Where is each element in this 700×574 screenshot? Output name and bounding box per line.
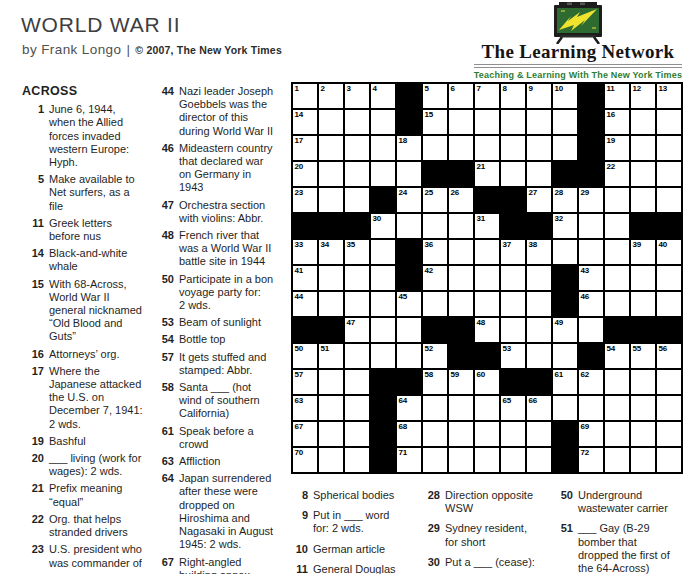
grid-cell[interactable] bbox=[501, 136, 525, 160]
grid-cell[interactable]: 53 bbox=[501, 344, 525, 368]
logo-tagline: Teaching & Learning With The New York Ti… bbox=[471, 70, 685, 80]
grid-cell[interactable]: 70 bbox=[293, 448, 317, 472]
grid-cell[interactable] bbox=[371, 318, 395, 342]
clue-item: 15With 68-Across, World War II general n… bbox=[20, 278, 151, 344]
clue-text: French river that was a World War II bat… bbox=[179, 229, 271, 269]
grid-cell[interactable] bbox=[397, 344, 421, 368]
grid-cell[interactable] bbox=[657, 162, 681, 186]
grid-cell[interactable] bbox=[449, 214, 473, 238]
grid-cell[interactable] bbox=[397, 214, 421, 238]
cell-number: 52 bbox=[425, 344, 433, 353]
grid-cell[interactable]: 41 bbox=[293, 266, 317, 290]
grid-cell[interactable]: 28 bbox=[553, 188, 577, 212]
grid-cell[interactable] bbox=[371, 162, 395, 186]
grid-cell[interactable]: 14 bbox=[293, 110, 317, 134]
black-cell bbox=[501, 214, 525, 238]
clue-text: General Douglas bbox=[313, 563, 396, 574]
cell-number: 5 bbox=[425, 84, 429, 93]
grid-cell[interactable] bbox=[527, 318, 551, 342]
grid-cell[interactable] bbox=[501, 162, 525, 186]
cell-number: 20 bbox=[295, 162, 303, 171]
grid-cell[interactable]: 68 bbox=[397, 422, 421, 446]
grid-cell[interactable] bbox=[371, 292, 395, 316]
clue-item: 10German article bbox=[293, 543, 419, 556]
grid-cell[interactable] bbox=[475, 136, 499, 160]
grid-cell[interactable] bbox=[605, 266, 629, 290]
grid-cell[interactable]: 46 bbox=[579, 292, 603, 316]
cell-number: 58 bbox=[425, 370, 433, 379]
grid-cell[interactable]: 11 bbox=[605, 84, 629, 108]
grid-cell[interactable] bbox=[449, 136, 473, 160]
grid-cell[interactable]: 44 bbox=[293, 292, 317, 316]
grid-cell[interactable]: 12 bbox=[631, 84, 655, 108]
grid-cell[interactable] bbox=[449, 240, 473, 264]
grid-cell[interactable] bbox=[319, 292, 343, 316]
grid-cell[interactable]: 17 bbox=[293, 136, 317, 160]
grid-cell[interactable] bbox=[579, 214, 603, 238]
clue-item: 9Put in ___ word for: 2 wds. bbox=[293, 509, 419, 535]
black-cell bbox=[553, 292, 577, 316]
clue-text: Greek letters before nus bbox=[49, 217, 112, 243]
grid-cell[interactable] bbox=[345, 422, 369, 446]
black-cell bbox=[397, 240, 421, 264]
across-clues-column-1: ACROSS 1June 6, 1944, when the Allied fo… bbox=[20, 85, 151, 574]
grid-cell[interactable] bbox=[345, 136, 369, 160]
cell-number: 56 bbox=[659, 344, 667, 353]
grid-cell[interactable] bbox=[527, 292, 551, 316]
clue-number: 21 bbox=[20, 482, 44, 508]
clue-number: 11 bbox=[293, 563, 308, 574]
grid-cell[interactable]: 40 bbox=[657, 240, 681, 264]
clue-text: Black-and-white whale bbox=[49, 247, 127, 273]
cell-number: 22 bbox=[607, 162, 615, 171]
grid-cell[interactable]: 32 bbox=[553, 214, 577, 238]
grid-cell[interactable] bbox=[553, 136, 577, 160]
clue-text: Where the Japanese attacked the U.S. on … bbox=[49, 365, 143, 431]
grid-cell[interactable]: 25 bbox=[423, 188, 447, 212]
grid-cell[interactable] bbox=[371, 344, 395, 368]
grid-cell[interactable] bbox=[371, 240, 395, 264]
grid-cell[interactable] bbox=[345, 292, 369, 316]
grid-cell[interactable]: 43 bbox=[579, 266, 603, 290]
grid-cell[interactable] bbox=[371, 136, 395, 160]
grid-cell[interactable] bbox=[579, 240, 603, 264]
grid-cell[interactable]: 20 bbox=[293, 162, 317, 186]
grid-cell[interactable]: 60 bbox=[475, 370, 499, 394]
grid-cell[interactable]: 63 bbox=[293, 396, 317, 420]
cell-number: 34 bbox=[321, 240, 329, 249]
clue-number: 5 bbox=[20, 173, 44, 213]
grid-cell[interactable]: 2 bbox=[319, 84, 343, 108]
grid-cell[interactable] bbox=[605, 292, 629, 316]
grid-cell[interactable]: 4 bbox=[371, 84, 395, 108]
cell-number: 2 bbox=[321, 84, 325, 93]
cell-number: 21 bbox=[477, 162, 485, 171]
grid-cell[interactable]: 3 bbox=[345, 84, 369, 108]
clue-item: 63Affliction bbox=[152, 455, 291, 468]
cell-number: 69 bbox=[581, 422, 589, 431]
grid-cell[interactable]: 10 bbox=[553, 84, 577, 108]
grid-cell[interactable]: 16 bbox=[605, 110, 629, 134]
black-cell bbox=[631, 318, 655, 342]
black-cell bbox=[501, 188, 525, 212]
grid-cell[interactable] bbox=[319, 370, 343, 394]
clue-number: 48 bbox=[152, 229, 174, 269]
cell-number: 48 bbox=[477, 318, 485, 327]
grid-cell[interactable] bbox=[631, 110, 655, 134]
grid-cell[interactable]: 61 bbox=[553, 370, 577, 394]
clue-number: 22 bbox=[20, 513, 44, 539]
clue-number: 30 bbox=[420, 556, 440, 569]
grid-cell[interactable] bbox=[319, 422, 343, 446]
grid-cell[interactable] bbox=[397, 162, 421, 186]
grid-cell[interactable]: 47 bbox=[345, 318, 369, 342]
grid-cell[interactable] bbox=[345, 266, 369, 290]
grid-cell[interactable] bbox=[501, 110, 525, 134]
grid-cell[interactable]: 18 bbox=[397, 136, 421, 160]
grid-cell[interactable] bbox=[553, 240, 577, 264]
grid-cell[interactable] bbox=[423, 396, 447, 420]
grid-cell[interactable] bbox=[475, 110, 499, 134]
grid-cell[interactable]: 65 bbox=[501, 396, 525, 420]
black-cell bbox=[397, 266, 421, 290]
across-clue-list-2: 44Nazi leader Joseph Goebbels was the di… bbox=[152, 85, 291, 574]
grid-cell[interactable]: 29 bbox=[579, 188, 603, 212]
grid-cell[interactable] bbox=[319, 448, 343, 472]
grid-cell[interactable]: 26 bbox=[449, 188, 473, 212]
grid-cell[interactable]: 27 bbox=[527, 188, 551, 212]
grid-cell[interactable] bbox=[449, 422, 473, 446]
grid-cell[interactable] bbox=[657, 448, 681, 472]
grid-cell[interactable] bbox=[527, 344, 551, 368]
across-clue-list-1: 1June 6, 1944, when the Allied forces in… bbox=[20, 103, 151, 570]
clue-number: 67 bbox=[152, 556, 174, 574]
cell-number: 45 bbox=[399, 292, 407, 301]
across-clues-column-2: 44Nazi leader Joseph Goebbels was the di… bbox=[152, 85, 291, 574]
cell-number: 12 bbox=[633, 84, 641, 93]
grid-cell[interactable]: 21 bbox=[475, 162, 499, 186]
grid-cell[interactable] bbox=[605, 448, 629, 472]
grid-cell[interactable] bbox=[631, 292, 655, 316]
grid-cell[interactable] bbox=[475, 266, 499, 290]
grid-cell[interactable] bbox=[319, 188, 343, 212]
grid-cell[interactable]: 35 bbox=[345, 240, 369, 264]
black-cell bbox=[553, 162, 577, 186]
grid-cell[interactable] bbox=[553, 344, 577, 368]
grid-cell[interactable]: 72 bbox=[579, 448, 603, 472]
clue-item: 14Black-and-white whale bbox=[20, 247, 151, 273]
grid-cell[interactable] bbox=[527, 136, 551, 160]
grid-cell[interactable] bbox=[423, 292, 447, 316]
clue-item: 21Prefix meaning “equal” bbox=[20, 482, 151, 508]
grid-cell[interactable]: 34 bbox=[319, 240, 343, 264]
grid-cell[interactable]: 59 bbox=[449, 370, 473, 394]
grid-cell[interactable]: 48 bbox=[475, 318, 499, 342]
clue-text: Participate in a bon voyage party for: 2… bbox=[179, 273, 273, 313]
black-cell bbox=[371, 422, 395, 446]
grid-cell[interactable]: 66 bbox=[527, 396, 551, 420]
down-clues-column-1: 8Spherical bodies9Put in ___ word for: 2… bbox=[293, 489, 419, 574]
black-cell bbox=[605, 318, 629, 342]
clue-item: 23U.S. president who was commander of bbox=[20, 543, 151, 569]
grid-cell[interactable] bbox=[319, 396, 343, 420]
clue-text: Attorneys’ org. bbox=[49, 348, 120, 361]
cell-number: 43 bbox=[581, 266, 589, 275]
black-cell bbox=[449, 344, 473, 368]
grid-cell[interactable] bbox=[631, 396, 655, 420]
across-header: ACROSS bbox=[22, 85, 151, 98]
grid-cell[interactable]: 39 bbox=[631, 240, 655, 264]
grid-cell[interactable] bbox=[631, 266, 655, 290]
black-cell bbox=[527, 214, 551, 238]
grid-cell[interactable]: 36 bbox=[423, 240, 447, 264]
grid-cell[interactable] bbox=[605, 422, 629, 446]
grid-cell[interactable]: 55 bbox=[631, 344, 655, 368]
grid-cell[interactable] bbox=[605, 370, 629, 394]
grid-cell[interactable] bbox=[631, 136, 655, 160]
clue-number: 51 bbox=[553, 522, 573, 574]
grid-cell[interactable] bbox=[475, 240, 499, 264]
grid-cell[interactable]: 24 bbox=[397, 188, 421, 212]
grid-cell[interactable]: 62 bbox=[579, 370, 603, 394]
grid-cell[interactable] bbox=[501, 292, 525, 316]
grid-cell[interactable]: 7 bbox=[475, 84, 499, 108]
grid-cell[interactable]: 64 bbox=[397, 396, 421, 420]
grid-cell[interactable] bbox=[631, 188, 655, 212]
grid-cell[interactable] bbox=[449, 292, 473, 316]
clue-item: 54Bottle top bbox=[152, 333, 291, 346]
grid-cell[interactable]: 38 bbox=[527, 240, 551, 264]
cell-number: 39 bbox=[633, 240, 641, 249]
clue-text: Org. that helps stranded drivers bbox=[49, 513, 128, 539]
clue-item: 57It gets stuffed and stamped: Abbr. bbox=[152, 351, 291, 377]
grid-cell[interactable] bbox=[657, 110, 681, 134]
grid-cell[interactable] bbox=[501, 448, 525, 472]
grid-cell[interactable]: 8 bbox=[501, 84, 525, 108]
puzzle-page: WORLD WAR II by Frank Longo|© 2007, The … bbox=[0, 0, 700, 574]
grid-cell[interactable] bbox=[475, 292, 499, 316]
grid-cell[interactable]: 9 bbox=[527, 84, 551, 108]
black-cell bbox=[527, 370, 551, 394]
clue-number: 10 bbox=[293, 543, 308, 556]
grid-cell[interactable] bbox=[501, 422, 525, 446]
grid-cell[interactable]: 15 bbox=[423, 110, 447, 134]
clue-item: 11Greek letters before nus bbox=[20, 217, 151, 243]
grid-cell[interactable]: 6 bbox=[449, 84, 473, 108]
grid-cell[interactable]: 33 bbox=[293, 240, 317, 264]
grid-cell[interactable] bbox=[605, 188, 629, 212]
grid-cell[interactable] bbox=[631, 448, 655, 472]
grid-cell[interactable] bbox=[657, 188, 681, 212]
cell-number: 36 bbox=[425, 240, 433, 249]
clue-number: 50 bbox=[152, 273, 174, 313]
cell-number: 13 bbox=[659, 84, 667, 93]
clue-number: 19 bbox=[20, 435, 44, 448]
grid-cell[interactable] bbox=[553, 110, 577, 134]
grid-cell[interactable] bbox=[475, 422, 499, 446]
cell-number: 7 bbox=[477, 84, 481, 93]
grid-cell[interactable] bbox=[423, 448, 447, 472]
grid-cell[interactable] bbox=[579, 396, 603, 420]
byline: by Frank Longo|© 2007, The New York Time… bbox=[22, 42, 282, 57]
black-cell bbox=[319, 318, 343, 342]
grid-cell[interactable] bbox=[423, 136, 447, 160]
clue-text: Make available to Net surfers, as a file bbox=[49, 173, 135, 213]
black-cell bbox=[449, 318, 473, 342]
logo-title: The Learning Network bbox=[471, 42, 685, 62]
grid-cell[interactable] bbox=[631, 422, 655, 446]
grid-cell[interactable]: 42 bbox=[423, 266, 447, 290]
black-cell bbox=[475, 188, 499, 212]
grid-cell[interactable] bbox=[605, 240, 629, 264]
grid-cell[interactable]: 31 bbox=[475, 214, 499, 238]
grid-cell[interactable] bbox=[527, 110, 551, 134]
grid-cell[interactable]: 52 bbox=[423, 344, 447, 368]
grid-cell[interactable]: 57 bbox=[293, 370, 317, 394]
grid-cell[interactable] bbox=[657, 292, 681, 316]
black-cell bbox=[657, 318, 681, 342]
grid-cell[interactable]: 49 bbox=[553, 318, 577, 342]
grid-cell[interactable] bbox=[319, 162, 343, 186]
clue-text: Santa ___ (hot wind of southern Californ… bbox=[179, 381, 260, 421]
grid-cell[interactable] bbox=[397, 318, 421, 342]
crossword-grid: 1234567891011121314151617181920212223242… bbox=[291, 82, 683, 474]
black-cell bbox=[579, 84, 603, 108]
cell-number: 57 bbox=[295, 370, 303, 379]
down-clues-column-2: 28Direction opposite WSW29Sydney residen… bbox=[420, 489, 553, 574]
cell-number: 19 bbox=[607, 136, 615, 145]
grid-cell[interactable]: 56 bbox=[657, 344, 681, 368]
grid-cell[interactable] bbox=[631, 370, 655, 394]
clue-number: 61 bbox=[152, 425, 174, 451]
grid-cell[interactable] bbox=[657, 266, 681, 290]
cell-number: 10 bbox=[555, 84, 563, 93]
grid-cell[interactable] bbox=[449, 110, 473, 134]
grid-cell[interactable] bbox=[345, 110, 369, 134]
grid-cell[interactable] bbox=[657, 422, 681, 446]
grid-cell[interactable] bbox=[501, 266, 525, 290]
grid-cell[interactable] bbox=[319, 266, 343, 290]
black-cell bbox=[397, 110, 421, 134]
grid-cell[interactable] bbox=[345, 162, 369, 186]
cell-number: 62 bbox=[581, 370, 589, 379]
clue-text: June 6, 1944, when the Allied forces inv… bbox=[49, 103, 129, 169]
grid-cell[interactable]: 45 bbox=[397, 292, 421, 316]
grid-cell[interactable] bbox=[345, 448, 369, 472]
grid-cell[interactable] bbox=[319, 110, 343, 134]
grid-cell[interactable] bbox=[527, 448, 551, 472]
page-title: WORLD WAR II bbox=[21, 13, 180, 37]
clue-item: 29Sydney resident, for short bbox=[420, 522, 553, 548]
clue-text: Put in ___ word for: 2 wds. bbox=[313, 509, 389, 535]
grid-cell[interactable]: 30 bbox=[371, 214, 395, 238]
grid-cell[interactable]: 13 bbox=[657, 84, 681, 108]
cell-number: 68 bbox=[399, 422, 407, 431]
clue-number: 58 bbox=[152, 381, 174, 421]
grid-cell[interactable] bbox=[605, 214, 629, 238]
clue-item: 28Direction opposite WSW bbox=[420, 489, 553, 515]
grid-cell[interactable] bbox=[371, 110, 395, 134]
grid-cell[interactable] bbox=[449, 266, 473, 290]
grid-cell[interactable] bbox=[423, 422, 447, 446]
black-cell bbox=[553, 422, 577, 446]
clue-text: Mideastern country that declared war on … bbox=[179, 142, 273, 195]
grid-cell[interactable]: 1 bbox=[293, 84, 317, 108]
grid-cell[interactable]: 67 bbox=[293, 422, 317, 446]
grid-cell[interactable] bbox=[475, 396, 499, 420]
clue-text: Bashful bbox=[49, 435, 86, 448]
grid-cell[interactable] bbox=[631, 162, 655, 186]
grid-cell[interactable] bbox=[345, 188, 369, 212]
black-cell bbox=[475, 344, 499, 368]
grid-cell[interactable] bbox=[605, 396, 629, 420]
learning-network-logo: The Learning Network Teaching & Learning… bbox=[471, 2, 685, 80]
grid-cell[interactable]: 69 bbox=[579, 422, 603, 446]
grid-cell[interactable]: 22 bbox=[605, 162, 629, 186]
grid-cell[interactable] bbox=[657, 396, 681, 420]
clue-item: 50Underground wastewater carrier bbox=[553, 489, 691, 515]
clue-number: 64 bbox=[152, 472, 174, 551]
clue-number: 46 bbox=[152, 142, 174, 195]
grid-cell[interactable]: 19 bbox=[605, 136, 629, 160]
grid-cell[interactable]: 71 bbox=[397, 448, 421, 472]
byline-separator: | bbox=[126, 42, 130, 57]
grid-cell[interactable] bbox=[527, 162, 551, 186]
grid-cell[interactable] bbox=[657, 370, 681, 394]
grid-cell[interactable] bbox=[449, 396, 473, 420]
cell-number: 70 bbox=[295, 448, 303, 457]
cell-number: 8 bbox=[503, 84, 507, 93]
clue-number: 15 bbox=[20, 278, 44, 344]
grid-cell[interactable] bbox=[501, 318, 525, 342]
logo-divider bbox=[474, 64, 682, 68]
grid-cell[interactable] bbox=[319, 136, 343, 160]
clue-text: Prefix meaning “equal” bbox=[49, 482, 122, 508]
cell-number: 46 bbox=[581, 292, 589, 301]
down-clues-column-3: 50Underground wastewater carrier51___ Ga… bbox=[553, 489, 691, 574]
cell-number: 38 bbox=[529, 240, 537, 249]
grid-cell[interactable] bbox=[345, 396, 369, 420]
grid-cell[interactable]: 37 bbox=[501, 240, 525, 264]
clue-number: 1 bbox=[20, 103, 44, 169]
grid-cell[interactable] bbox=[345, 344, 369, 368]
grid-cell[interactable] bbox=[475, 448, 499, 472]
clue-number: 54 bbox=[152, 333, 174, 346]
grid-cell[interactable]: 58 bbox=[423, 370, 447, 394]
grid-cell[interactable]: 23 bbox=[293, 188, 317, 212]
grid-cell[interactable] bbox=[371, 266, 395, 290]
grid-cell[interactable] bbox=[579, 318, 603, 342]
grid-cell[interactable] bbox=[657, 136, 681, 160]
clue-number: 50 bbox=[553, 489, 573, 515]
grid-cell[interactable] bbox=[345, 370, 369, 394]
clue-text: ___ living (work for wages): 2 wds. bbox=[49, 452, 141, 478]
grid-cell[interactable]: 5 bbox=[423, 84, 447, 108]
clue-text: German article bbox=[313, 543, 385, 556]
grid-cell[interactable]: 50 bbox=[293, 344, 317, 368]
cell-number: 1 bbox=[295, 84, 299, 93]
grid-cell[interactable] bbox=[553, 396, 577, 420]
clue-text: Sydney resident, for short bbox=[445, 522, 527, 548]
grid-cell[interactable]: 54 bbox=[605, 344, 629, 368]
grid-cell[interactable]: 51 bbox=[319, 344, 343, 368]
grid-cell[interactable] bbox=[527, 266, 551, 290]
copyright: © 2007, The New York Times bbox=[135, 44, 282, 56]
grid-cell[interactable] bbox=[449, 448, 473, 472]
grid-cell[interactable] bbox=[423, 214, 447, 238]
black-cell bbox=[579, 136, 603, 160]
grid-cell[interactable] bbox=[527, 422, 551, 446]
